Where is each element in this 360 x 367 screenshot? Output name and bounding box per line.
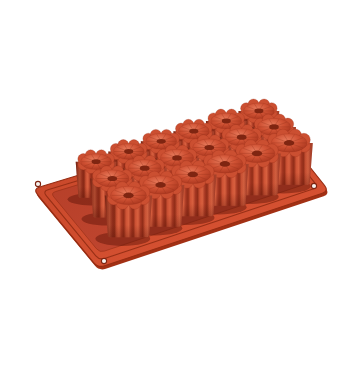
mould-cavity-bumps — [68, 99, 313, 246]
cap-center-dimple — [220, 161, 230, 167]
cap-center-dimple — [123, 193, 133, 199]
cap-center-dimple — [172, 155, 182, 160]
cap-center-dimple — [189, 129, 198, 134]
cap-center-dimple — [269, 124, 279, 129]
cap-center-dimple — [155, 182, 165, 188]
corner-hole-1 — [101, 258, 106, 263]
cap-center-dimple — [205, 145, 215, 150]
cap-center-dimple — [140, 166, 150, 171]
cap-center-dimple — [92, 159, 101, 164]
cap-center-dimple — [252, 151, 262, 157]
corner-hole-0 — [35, 181, 40, 186]
cap-center-dimple — [222, 119, 231, 124]
cap-center-dimple — [124, 149, 133, 154]
mould-scene — [0, 0, 360, 367]
cap-center-dimple — [157, 139, 166, 144]
cap-center-dimple — [284, 140, 294, 146]
corner-hole-2 — [311, 183, 316, 188]
cap-center-dimple — [108, 176, 118, 181]
cap-center-dimple — [188, 172, 198, 178]
cap-center-dimple — [254, 109, 263, 114]
cap-center-dimple — [237, 135, 247, 140]
product-photo-canele-mould — [0, 0, 360, 367]
